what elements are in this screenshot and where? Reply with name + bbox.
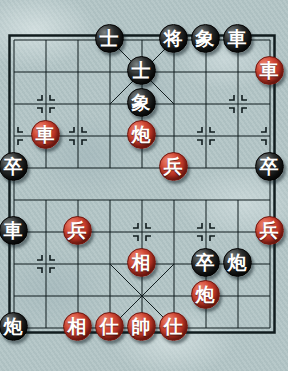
piece-red-soldier[interactable]: 兵 bbox=[159, 152, 188, 181]
piece-red-elephant[interactable]: 相 bbox=[127, 248, 156, 277]
piece-label: 仕 bbox=[100, 317, 119, 336]
piece-label: 仕 bbox=[164, 317, 183, 336]
piece-label: 相 bbox=[132, 253, 151, 272]
piece-red-general[interactable]: 帥 bbox=[127, 312, 156, 341]
piece-red-chariot[interactable]: 車 bbox=[31, 120, 60, 149]
piece-black-elephant[interactable]: 象 bbox=[191, 24, 220, 53]
piece-black-advisor[interactable]: 士 bbox=[127, 56, 156, 85]
piece-label: 兵 bbox=[164, 157, 183, 176]
piece-label: 車 bbox=[228, 29, 247, 48]
piece-label: 卒 bbox=[260, 157, 279, 176]
piece-label: 帥 bbox=[132, 317, 151, 336]
piece-red-advisor[interactable]: 仕 bbox=[159, 312, 188, 341]
piece-label: 兵 bbox=[68, 221, 87, 240]
piece-label: 相 bbox=[68, 317, 87, 336]
piece-red-advisor[interactable]: 仕 bbox=[95, 312, 124, 341]
piece-red-cannon[interactable]: 炮 bbox=[127, 120, 156, 149]
piece-black-cannon[interactable]: 炮 bbox=[223, 248, 252, 277]
piece-label: 卒 bbox=[4, 157, 23, 176]
piece-label: 炮 bbox=[228, 253, 247, 272]
piece-black-elephant[interactable]: 象 bbox=[127, 88, 156, 117]
piece-black-soldier[interactable]: 卒 bbox=[191, 248, 220, 277]
piece-black-advisor[interactable]: 士 bbox=[95, 24, 124, 53]
piece-red-cannon[interactable]: 炮 bbox=[191, 280, 220, 309]
piece-black-chariot[interactable]: 車 bbox=[0, 216, 28, 245]
piece-black-general[interactable]: 将 bbox=[159, 24, 188, 53]
piece-label: 車 bbox=[36, 125, 55, 144]
piece-black-soldier[interactable]: 卒 bbox=[255, 152, 284, 181]
piece-label: 象 bbox=[132, 93, 151, 112]
piece-black-soldier[interactable]: 卒 bbox=[0, 152, 28, 181]
piece-label: 車 bbox=[260, 61, 279, 80]
xiangqi-board: 士将象車士車象車炮卒兵卒車兵兵相卒炮炮炮相仕帥仕 bbox=[0, 0, 288, 371]
piece-label: 卒 bbox=[196, 253, 215, 272]
piece-label: 車 bbox=[4, 221, 23, 240]
piece-label: 炮 bbox=[4, 317, 23, 336]
piece-label: 象 bbox=[196, 29, 215, 48]
piece-black-cannon[interactable]: 炮 bbox=[0, 312, 28, 341]
piece-label: 炮 bbox=[196, 285, 215, 304]
piece-label: 将 bbox=[164, 29, 183, 48]
piece-label: 士 bbox=[132, 61, 151, 80]
piece-red-soldier[interactable]: 兵 bbox=[63, 216, 92, 245]
board-pieces: 士将象車士車象車炮卒兵卒車兵兵相卒炮炮炮相仕帥仕 bbox=[0, 24, 286, 344]
piece-label: 兵 bbox=[260, 221, 279, 240]
piece-red-elephant[interactable]: 相 bbox=[63, 312, 92, 341]
piece-red-chariot[interactable]: 車 bbox=[255, 56, 284, 85]
piece-label: 炮 bbox=[132, 125, 151, 144]
piece-black-chariot[interactable]: 車 bbox=[223, 24, 252, 53]
piece-red-soldier[interactable]: 兵 bbox=[255, 216, 284, 245]
piece-label: 士 bbox=[100, 29, 119, 48]
